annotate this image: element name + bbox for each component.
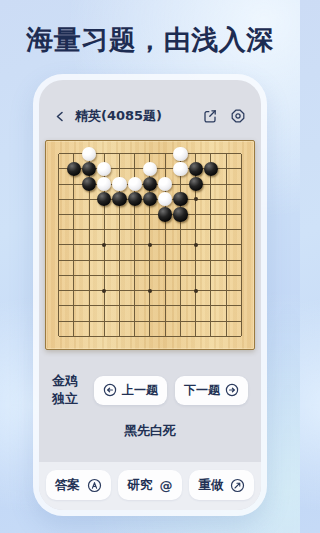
settings-button[interactable] [230, 108, 246, 124]
board-point[interactable] [188, 298, 203, 313]
go-board[interactable] [45, 140, 255, 350]
board-point[interactable] [112, 146, 127, 161]
board-point[interactable] [81, 146, 96, 161]
board-point[interactable] [234, 222, 249, 237]
white-stone [97, 177, 111, 191]
next-problem-label: 下一题 [184, 382, 220, 399]
board-point[interactable] [127, 192, 142, 207]
redo-button[interactable]: 重做 [189, 470, 254, 500]
board-point[interactable] [81, 268, 96, 283]
board-point[interactable] [158, 268, 173, 283]
board-point[interactable] [234, 298, 249, 313]
board-point[interactable] [219, 237, 234, 252]
white-stone [128, 177, 142, 191]
board-point[interactable] [158, 329, 173, 344]
collection-title: 精英(4085题) [75, 107, 162, 125]
board-point[interactable] [188, 283, 203, 298]
board-point[interactable] [66, 237, 81, 252]
white-stone [112, 177, 126, 191]
board-point[interactable] [97, 237, 112, 252]
board-point[interactable] [51, 314, 66, 329]
board-point[interactable] [173, 314, 188, 329]
board-point[interactable] [97, 146, 112, 161]
board-point[interactable] [219, 268, 234, 283]
board-point[interactable] [51, 176, 66, 191]
board-point[interactable] [234, 329, 249, 344]
black-stone [82, 162, 96, 176]
board-point[interactable] [127, 314, 142, 329]
board-point[interactable] [219, 161, 234, 176]
board-point[interactable] [51, 161, 66, 176]
board-point[interactable] [219, 146, 234, 161]
board-point[interactable] [127, 222, 142, 237]
board-point[interactable] [188, 161, 203, 176]
board-point[interactable] [219, 298, 234, 313]
black-stone [204, 162, 218, 176]
answer-circled-a-icon [87, 478, 102, 493]
board-point[interactable] [158, 314, 173, 329]
board-point[interactable] [142, 314, 157, 329]
board-point[interactable] [173, 253, 188, 268]
board-point[interactable] [142, 192, 157, 207]
board-point[interactable] [203, 268, 218, 283]
next-problem-button[interactable]: 下一题 [175, 376, 248, 405]
board-point[interactable] [203, 298, 218, 313]
app-screenshot: 海量习题，由浅入深 精英(4085题) [0, 0, 300, 533]
board-point[interactable] [81, 176, 96, 191]
star-point [102, 289, 106, 293]
board-point[interactable] [112, 283, 127, 298]
board-point[interactable] [127, 268, 142, 283]
board-point[interactable] [97, 253, 112, 268]
white-stone [173, 147, 187, 161]
board-point[interactable] [81, 253, 96, 268]
board-point[interactable] [203, 192, 218, 207]
board-point[interactable] [142, 329, 157, 344]
back-button[interactable] [54, 110, 66, 123]
board-point[interactable] [203, 314, 218, 329]
white-stone [82, 147, 96, 161]
board-point[interactable] [142, 253, 157, 268]
white-stone [158, 192, 172, 206]
board-point[interactable] [142, 237, 157, 252]
bottom-action-bar: 答案 研究 @ 重做 [39, 462, 261, 510]
board-point[interactable] [66, 161, 81, 176]
board-point[interactable] [234, 237, 249, 252]
research-label: 研究 [128, 477, 153, 494]
board-point[interactable] [97, 329, 112, 344]
board-point[interactable] [66, 283, 81, 298]
prev-problem-button[interactable]: 上一题 [94, 376, 167, 405]
black-stone [173, 192, 187, 206]
board-point[interactable] [51, 268, 66, 283]
board-point[interactable] [188, 207, 203, 222]
board-point[interactable] [112, 237, 127, 252]
board-point[interactable] [127, 329, 142, 344]
board-point[interactable] [203, 207, 218, 222]
board-point[interactable] [234, 253, 249, 268]
board-point[interactable] [81, 298, 96, 313]
board-point[interactable] [173, 298, 188, 313]
board-point[interactable] [81, 329, 96, 344]
answer-label: 答案 [55, 477, 80, 494]
board-point[interactable] [112, 161, 127, 176]
board-point[interactable] [112, 222, 127, 237]
board-point[interactable] [127, 176, 142, 191]
board-point[interactable] [234, 161, 249, 176]
board-point[interactable] [173, 268, 188, 283]
board-point[interactable] [97, 314, 112, 329]
board-point[interactable] [127, 237, 142, 252]
board-point[interactable] [188, 176, 203, 191]
board-point[interactable] [127, 283, 142, 298]
board-point[interactable] [158, 222, 173, 237]
board-point[interactable] [112, 298, 127, 313]
app-screen: 精英(4085题) 金鸡独立 [39, 80, 261, 510]
board-point[interactable] [97, 268, 112, 283]
black-stone [97, 192, 111, 206]
board-point[interactable] [51, 207, 66, 222]
board-point[interactable] [158, 253, 173, 268]
board-point[interactable] [173, 207, 188, 222]
star-point [148, 289, 152, 293]
puzzle-name: 金鸡独立 [52, 372, 86, 408]
black-stone [128, 192, 142, 206]
board-point[interactable] [112, 253, 127, 268]
board-point[interactable] [142, 222, 157, 237]
board-point[interactable] [234, 146, 249, 161]
board-point[interactable] [158, 207, 173, 222]
black-stone [189, 162, 203, 176]
black-stone [143, 192, 157, 206]
board-point[interactable] [173, 161, 188, 176]
board-point[interactable] [51, 192, 66, 207]
board-point[interactable] [81, 283, 96, 298]
share-button[interactable] [202, 108, 218, 124]
chevron-left-icon [54, 110, 66, 123]
board-point[interactable] [203, 253, 218, 268]
black-stone [143, 177, 157, 191]
board-point[interactable] [158, 161, 173, 176]
prev-problem-label: 上一题 [122, 382, 158, 399]
board-point[interactable] [51, 283, 66, 298]
board-point[interactable] [66, 192, 81, 207]
board-point[interactable] [142, 146, 157, 161]
board-point[interactable] [142, 207, 157, 222]
redo-arrow-icon [230, 478, 245, 493]
board-point[interactable] [158, 176, 173, 191]
board-point[interactable] [66, 207, 81, 222]
board-point[interactable] [142, 161, 157, 176]
board-point[interactable] [142, 283, 157, 298]
board-point[interactable] [219, 207, 234, 222]
board-point[interactable] [66, 176, 81, 191]
board-point[interactable] [142, 298, 157, 313]
board-point[interactable] [112, 268, 127, 283]
board-point[interactable] [203, 161, 218, 176]
board-point[interactable] [188, 237, 203, 252]
board-point[interactable] [66, 314, 81, 329]
app-header: 精英(4085题) [39, 80, 261, 138]
board-point[interactable] [203, 237, 218, 252]
star-point [194, 289, 198, 293]
board-point[interactable] [173, 283, 188, 298]
star-point [194, 197, 198, 201]
board-point[interactable] [66, 253, 81, 268]
next-arrow-icon [225, 383, 239, 397]
board-point[interactable] [219, 222, 234, 237]
redo-label: 重做 [198, 477, 223, 494]
board-point[interactable] [66, 329, 81, 344]
black-stone [158, 207, 172, 221]
board-point[interactable] [112, 329, 127, 344]
board-point[interactable] [188, 268, 203, 283]
board-point[interactable] [219, 314, 234, 329]
board-point[interactable] [173, 237, 188, 252]
black-stone [189, 177, 203, 191]
board-point[interactable] [173, 222, 188, 237]
board-point[interactable] [234, 283, 249, 298]
board-point[interactable] [112, 314, 127, 329]
page-title: 海量习题，由浅入深 [0, 22, 300, 58]
board-point[interactable] [51, 222, 66, 237]
black-stone [173, 207, 187, 221]
board-point[interactable] [51, 253, 66, 268]
board-point[interactable] [112, 176, 127, 191]
board-point[interactable] [219, 176, 234, 191]
board-point[interactable] [158, 298, 173, 313]
settings-icon [230, 108, 246, 124]
board-point[interactable] [234, 176, 249, 191]
board-point[interactable] [112, 207, 127, 222]
research-button[interactable]: 研究 @ [118, 470, 183, 500]
board-point[interactable] [203, 222, 218, 237]
board-point[interactable] [173, 329, 188, 344]
board-point[interactable] [97, 161, 112, 176]
board-point[interactable] [97, 207, 112, 222]
star-point [148, 243, 152, 247]
board-point[interactable] [158, 283, 173, 298]
share-icon [202, 108, 218, 124]
board-point[interactable] [66, 268, 81, 283]
board-point[interactable] [219, 253, 234, 268]
star-point [102, 243, 106, 247]
board-point[interactable] [188, 192, 203, 207]
board-point[interactable] [51, 146, 66, 161]
white-stone [97, 162, 111, 176]
board-point[interactable] [97, 176, 112, 191]
board-point[interactable] [158, 192, 173, 207]
puzzle-controls: 金鸡独立 上一题 下一题 [39, 372, 261, 408]
board-point[interactable] [173, 146, 188, 161]
board-point[interactable] [142, 268, 157, 283]
board-point[interactable] [219, 192, 234, 207]
board-point[interactable] [81, 314, 96, 329]
app-card: 精英(4085题) 金鸡独立 [33, 74, 267, 516]
board-point[interactable] [97, 298, 112, 313]
prev-arrow-icon [103, 383, 117, 397]
black-stone [112, 192, 126, 206]
at-sign-icon: @ [160, 479, 173, 492]
board-point[interactable] [51, 298, 66, 313]
board-point[interactable] [188, 146, 203, 161]
board-point[interactable] [158, 237, 173, 252]
board-point[interactable] [173, 176, 188, 191]
board-point[interactable] [66, 146, 81, 161]
board-point[interactable] [81, 192, 96, 207]
board-point[interactable] [234, 192, 249, 207]
board-point[interactable] [66, 222, 81, 237]
puzzle-task: 黑先白死 [39, 422, 261, 440]
board-point[interactable] [173, 192, 188, 207]
board-point[interactable] [127, 161, 142, 176]
black-stone [82, 177, 96, 191]
board-point[interactable] [219, 283, 234, 298]
board-point[interactable] [219, 329, 234, 344]
star-point [194, 243, 198, 247]
board-point[interactable] [97, 283, 112, 298]
board-point[interactable] [97, 222, 112, 237]
black-stone [67, 162, 81, 176]
board-point[interactable] [234, 268, 249, 283]
board-point[interactable] [81, 161, 96, 176]
answer-button[interactable]: 答案 [46, 470, 111, 500]
board-point[interactable] [81, 222, 96, 237]
white-stone [143, 162, 157, 176]
board-point[interactable] [127, 146, 142, 161]
board-point[interactable] [158, 146, 173, 161]
board-point[interactable] [66, 298, 81, 313]
board-point[interactable] [188, 253, 203, 268]
board-point[interactable] [112, 192, 127, 207]
board-point[interactable] [203, 176, 218, 191]
board-point[interactable] [188, 222, 203, 237]
board-point[interactable] [51, 329, 66, 344]
board-point[interactable] [127, 207, 142, 222]
board-point[interactable] [203, 329, 218, 344]
board-point[interactable] [234, 207, 249, 222]
white-stone [158, 177, 172, 191]
board-point[interactable] [203, 283, 218, 298]
board-point[interactable] [81, 237, 96, 252]
board-point[interactable] [142, 176, 157, 191]
board-point[interactable] [188, 329, 203, 344]
board-point[interactable] [81, 207, 96, 222]
board-point[interactable] [97, 192, 112, 207]
board-point[interactable] [203, 146, 218, 161]
board-point[interactable] [127, 253, 142, 268]
board-point[interactable] [127, 298, 142, 313]
board-point[interactable] [234, 314, 249, 329]
board-point[interactable] [188, 314, 203, 329]
white-stone [173, 162, 187, 176]
board-point[interactable] [51, 237, 66, 252]
